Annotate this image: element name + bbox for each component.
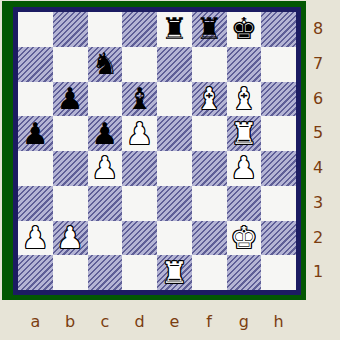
square-c7: ♞: [88, 47, 123, 82]
black-bishop-d6: ♝: [126, 84, 153, 114]
square-h3: [261, 186, 296, 221]
square-g5: ♜: [227, 116, 262, 151]
black-pawn-a5: ♟: [22, 119, 49, 149]
square-e3: [157, 186, 192, 221]
square-b8: [53, 12, 88, 47]
square-d8: [122, 12, 157, 47]
square-h6: [261, 82, 296, 117]
white-pawn-b2: ♟: [57, 223, 84, 253]
square-f1: [192, 255, 227, 290]
square-e4: [157, 151, 192, 186]
white-rook-e1: ♜: [161, 258, 188, 288]
square-d7: [122, 47, 157, 82]
square-c4: ♟: [88, 151, 123, 186]
white-king-g2: ♚: [230, 223, 257, 253]
rank-label-6: 6: [308, 82, 328, 117]
white-bishop-g6: ♝: [230, 84, 257, 114]
square-g7: [227, 47, 262, 82]
rank-label-2: 2: [308, 221, 328, 256]
square-b4: [53, 151, 88, 186]
square-c8: [88, 12, 123, 47]
square-f7: [192, 47, 227, 82]
square-d4: [122, 151, 157, 186]
square-c2: [88, 221, 123, 256]
square-h8: [261, 12, 296, 47]
square-g4: ♟: [227, 151, 262, 186]
square-f2: [192, 221, 227, 256]
square-b2: ♟: [53, 221, 88, 256]
square-d5: ♟: [122, 116, 157, 151]
white-bishop-f6: ♝: [196, 84, 223, 114]
square-e8: ♜: [157, 12, 192, 47]
rank-label-3: 3: [308, 186, 328, 221]
rank-label-8: 8: [308, 12, 328, 47]
square-e2: [157, 221, 192, 256]
square-h1: [261, 255, 296, 290]
black-pawn-c5: ♟: [91, 119, 118, 149]
white-rook-g5: ♜: [230, 119, 257, 149]
square-h5: [261, 116, 296, 151]
square-b1: [53, 255, 88, 290]
square-f6: ♝: [192, 82, 227, 117]
white-pawn-a2: ♟: [22, 223, 49, 253]
file-label-d: d: [122, 312, 157, 332]
square-c6: [88, 82, 123, 117]
rank-label-4: 4: [308, 151, 328, 186]
square-f5: [192, 116, 227, 151]
square-b5: [53, 116, 88, 151]
rank-label-5: 5: [308, 116, 328, 151]
square-g3: [227, 186, 262, 221]
black-king-g8: ♚: [230, 14, 257, 44]
square-e6: [157, 82, 192, 117]
white-pawn-d5: ♟: [126, 119, 153, 149]
square-f4: [192, 151, 227, 186]
square-a2: ♟: [18, 221, 53, 256]
square-b3: [53, 186, 88, 221]
file-label-a: a: [18, 312, 53, 332]
square-d1: [122, 255, 157, 290]
square-a7: [18, 47, 53, 82]
square-f3: [192, 186, 227, 221]
square-a5: ♟: [18, 116, 53, 151]
square-e5: [157, 116, 192, 151]
board-squares: ♜♜♚♞♟♝♝♝♟♟♟♜♟♟♟♟♚♜: [18, 12, 296, 290]
square-h7: [261, 47, 296, 82]
file-label-e: e: [157, 312, 192, 332]
square-g2: ♚: [227, 221, 262, 256]
square-h4: [261, 151, 296, 186]
square-a8: [18, 12, 53, 47]
board-frame: ♜♜♚♞♟♝♝♝♟♟♟♜♟♟♟♟♚♜: [2, 1, 306, 300]
file-label-g: g: [227, 312, 262, 332]
black-knight-c7: ♞: [91, 49, 118, 79]
square-c5: ♟: [88, 116, 123, 151]
square-a1: [18, 255, 53, 290]
square-d3: [122, 186, 157, 221]
white-pawn-g4: ♟: [230, 153, 257, 183]
rank-label-7: 7: [308, 47, 328, 82]
file-label-h: h: [261, 312, 296, 332]
square-h2: [261, 221, 296, 256]
rank-label-1: 1: [308, 255, 328, 290]
square-f8: ♜: [192, 12, 227, 47]
square-a6: [18, 82, 53, 117]
square-d2: [122, 221, 157, 256]
black-rook-f8: ♜: [196, 14, 223, 44]
square-g8: ♚: [227, 12, 262, 47]
white-pawn-c4: ♟: [91, 153, 118, 183]
square-a3: [18, 186, 53, 221]
square-g6: ♝: [227, 82, 262, 117]
square-b7: [53, 47, 88, 82]
square-c1: [88, 255, 123, 290]
square-b6: ♟: [53, 82, 88, 117]
file-label-b: b: [53, 312, 88, 332]
black-rook-e8: ♜: [161, 14, 188, 44]
square-g1: [227, 255, 262, 290]
board-inner-border: ♜♜♚♞♟♝♝♝♟♟♟♜♟♟♟♟♚♜: [13, 7, 301, 295]
square-d6: ♝: [122, 82, 157, 117]
square-e1: ♜: [157, 255, 192, 290]
black-pawn-b6: ♟: [57, 84, 84, 114]
file-label-c: c: [88, 312, 123, 332]
file-label-f: f: [192, 312, 227, 332]
square-a4: [18, 151, 53, 186]
square-e7: [157, 47, 192, 82]
square-c3: [88, 186, 123, 221]
